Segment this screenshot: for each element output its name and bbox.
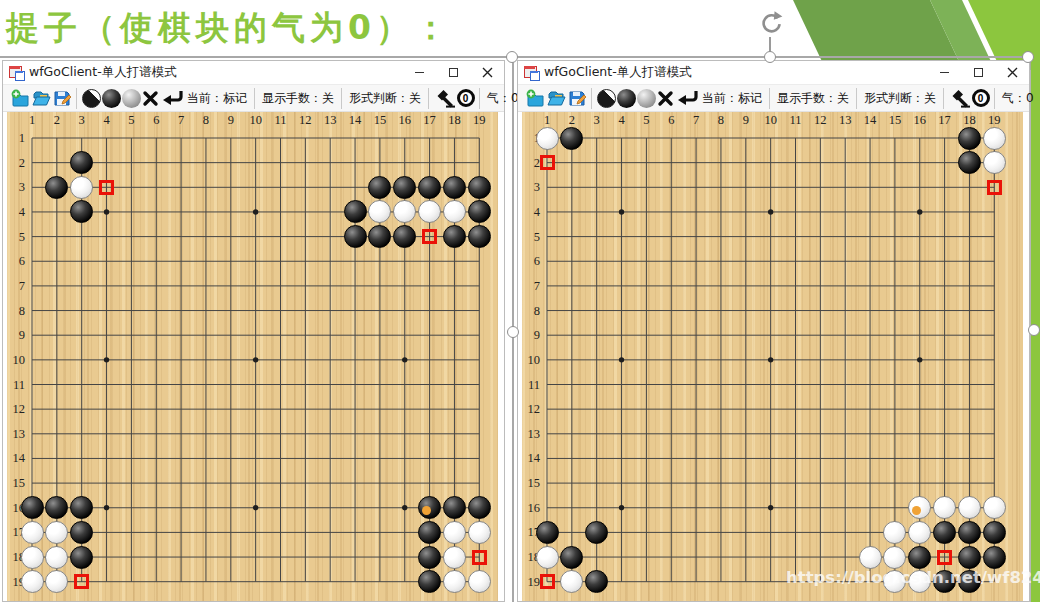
white-stone (983, 496, 1006, 519)
open-file-icon (546, 88, 566, 108)
go-client-window-left: 1234567891011121314151617181912345678910… (2, 60, 505, 602)
col-label: 5 (119, 112, 143, 128)
col-label: 14 (858, 112, 882, 128)
capture-point-marker (74, 574, 89, 589)
row-label: 12 (6, 401, 25, 417)
black-stone (468, 496, 491, 519)
black-stone-icon (617, 89, 636, 108)
window-titlebar[interactable]: wfGoClient-单人打谱模式 (518, 61, 1029, 84)
black-stone (468, 225, 491, 248)
black-stone (958, 151, 981, 174)
row-label: 1 (6, 130, 25, 146)
toolbar-separator (479, 88, 480, 109)
black-stone (468, 176, 491, 199)
delete-x-icon (657, 90, 674, 107)
toolbar-separator (341, 88, 342, 109)
col-label: 19 (982, 112, 1006, 128)
board-grid (546, 137, 995, 583)
row-label: 11 (6, 377, 25, 393)
minimize-button[interactable] (927, 61, 961, 84)
black-stone (393, 176, 416, 199)
undo-button[interactable] (160, 86, 184, 110)
close-button[interactable] (470, 61, 504, 84)
show-moves-label: 显示手数：关 (774, 90, 852, 107)
selection-handle-top-left[interactable] (506, 51, 518, 63)
col-label: 10 (759, 112, 783, 128)
capture-point-marker (937, 550, 952, 565)
white-stone (45, 546, 68, 569)
go-board-left[interactable]: 1234567891011121314151617181912345678910… (3, 61, 504, 601)
current-mode-label: 当前：标记 (699, 90, 765, 107)
toolbar-separator (943, 88, 944, 109)
zero-circle-icon: 0 (972, 89, 990, 107)
toolbar-separator (428, 88, 429, 109)
white-stone (468, 521, 491, 544)
black-stone (70, 546, 93, 569)
col-label: 7 (169, 112, 193, 128)
zero-circle-icon: 0 (457, 89, 475, 107)
row-label: 2 (6, 155, 25, 171)
shape-judge-label: 形式判断：关 (861, 90, 939, 107)
row-label: 14 (521, 450, 540, 466)
selection-handle-mid-right[interactable] (1028, 324, 1040, 336)
close-icon (1007, 67, 1018, 78)
undo-arrow-icon (675, 87, 699, 109)
row-label: 14 (6, 450, 25, 466)
capture-point-marker (99, 180, 114, 195)
new-game-button[interactable] (10, 86, 30, 110)
white-stone (883, 546, 906, 569)
white-stone (443, 546, 466, 569)
capture-point-marker (987, 180, 1002, 195)
white-stone (70, 176, 93, 199)
row-label: 6 (521, 253, 540, 269)
app-window-icon (524, 66, 539, 80)
row-label: 8 (521, 303, 540, 319)
col-label: 13 (318, 112, 342, 128)
close-icon (482, 67, 493, 78)
col-label: 14 (343, 112, 367, 128)
last-move-marker (422, 506, 431, 515)
row-label: 10 (521, 352, 540, 368)
toolbar-separator (769, 88, 770, 109)
row-label: 10 (6, 352, 25, 368)
white-stone (468, 570, 491, 593)
zero-liberty-button[interactable]: 0 (972, 86, 990, 110)
save-button[interactable] (52, 86, 72, 110)
window-title: wfGoClient-单人打谱模式 (29, 64, 402, 81)
col-label: 11 (269, 112, 293, 128)
col-label: 3 (585, 112, 609, 128)
white-stone (21, 546, 44, 569)
liberties-label: 气：0 (999, 90, 1037, 107)
black-stone (21, 496, 44, 519)
black-stone (908, 546, 931, 569)
current-mode-label: 当前：标记 (184, 90, 250, 107)
white-stone (983, 151, 1006, 174)
col-label: 4 (610, 112, 634, 128)
black-stone (560, 546, 583, 569)
maximize-icon (974, 68, 983, 77)
col-label: 18 (957, 112, 981, 128)
shape-judge-label: 形式判断：关 (346, 90, 424, 107)
row-label: 3 (521, 179, 540, 195)
last-move-marker (912, 506, 921, 515)
go-board-right[interactable]: 1234567891011121314151617181912345678910… (518, 61, 1029, 601)
col-label: 2 (45, 112, 69, 128)
black-stone (536, 521, 559, 544)
watermark: https://blog.csdn.net/wf824284257 (786, 568, 1040, 587)
selection-handle-mid-left[interactable] (507, 326, 519, 338)
two-tone-stone-button[interactable] (82, 86, 101, 110)
black-stone (958, 521, 981, 544)
go-client-window-right: 1234567891011121314151617181912345678910… (517, 60, 1030, 602)
judge-button[interactable] (949, 86, 971, 110)
selection-handle-top-center[interactable] (764, 51, 776, 63)
black-stone (418, 176, 441, 199)
liberties-label: 气：0 (484, 90, 522, 107)
black-stone (958, 546, 981, 569)
two-tone-stone-icon (597, 89, 616, 108)
row-label: 16 (521, 500, 540, 516)
toolbar-separator (76, 88, 77, 109)
col-label: 6 (659, 112, 683, 128)
white-stone-icon (122, 89, 141, 108)
toolbar: 当前：标记 显示手数：关 形式判断：关 0 气：0 (518, 84, 1029, 112)
col-label: 11 (784, 112, 808, 128)
black-stone (344, 225, 367, 248)
capture-point-marker (540, 155, 555, 170)
black-stone (70, 521, 93, 544)
white-stone (443, 570, 466, 593)
selection-handle-top-right[interactable] (1022, 51, 1034, 63)
black-stone (443, 176, 466, 199)
gavel-icon (949, 87, 971, 109)
toolbar: 当前：标记 显示手数：关 形式判断：关 0 气：0 (3, 84, 504, 112)
row-label: 9 (6, 327, 25, 343)
row-label: 11 (521, 377, 540, 393)
col-label: 15 (368, 112, 392, 128)
save-icon (567, 88, 587, 108)
col-label: 19 (467, 112, 491, 128)
delete-stone-button[interactable] (657, 86, 674, 110)
col-label: 1 (535, 112, 559, 128)
maximize-button[interactable] (961, 61, 995, 84)
white-stone (536, 127, 559, 150)
white-stone-button[interactable] (637, 86, 656, 110)
black-stone (344, 200, 367, 223)
page-title: 提子（使棋块的气为0）： (6, 6, 452, 51)
row-label: 7 (521, 278, 540, 294)
black-stone (585, 521, 608, 544)
open-file-button[interactable] (31, 86, 51, 110)
toolbar-separator (994, 88, 995, 109)
col-label: 7 (684, 112, 708, 128)
row-label: 4 (521, 204, 540, 220)
new-game-button[interactable] (525, 86, 545, 110)
col-label: 1 (20, 112, 44, 128)
row-label: 3 (6, 179, 25, 195)
col-label: 9 (734, 112, 758, 128)
row-label: 15 (521, 475, 540, 491)
judge-button[interactable] (434, 86, 456, 110)
window-titlebar[interactable]: wfGoClient-单人打谱模式 (3, 61, 504, 84)
capture-point-marker (472, 550, 487, 565)
new-game-icon (10, 88, 30, 108)
capture-point-marker (422, 229, 437, 244)
col-label: 4 (95, 112, 119, 128)
zero-liberty-button[interactable]: 0 (457, 86, 475, 110)
row-label: 4 (6, 204, 25, 220)
col-label: 16 (908, 112, 932, 128)
toolbar-separator (254, 88, 255, 109)
white-stone (443, 521, 466, 544)
white-stone (536, 546, 559, 569)
black-stone-icon (102, 89, 121, 108)
row-label: 8 (6, 303, 25, 319)
open-file-button[interactable] (546, 86, 566, 110)
toolbar-separator (856, 88, 857, 109)
row-label: 12 (521, 401, 540, 417)
toolbar-separator (591, 88, 592, 109)
col-label: 12 (808, 112, 832, 128)
white-stone (21, 521, 44, 544)
gavel-icon (434, 87, 456, 109)
black-stone (45, 176, 68, 199)
row-label: 9 (521, 327, 540, 343)
maximize-button[interactable] (436, 61, 470, 84)
row-label: 15 (6, 475, 25, 491)
col-label: 13 (833, 112, 857, 128)
col-label: 9 (219, 112, 243, 128)
rotate-handle-icon[interactable] (756, 8, 784, 36)
black-stone-button[interactable] (102, 86, 121, 110)
black-stone-button[interactable] (617, 86, 636, 110)
white-stone (21, 570, 44, 593)
col-label: 10 (244, 112, 268, 128)
col-label: 17 (933, 112, 957, 128)
col-label: 17 (418, 112, 442, 128)
white-stone-button[interactable] (122, 86, 141, 110)
row-label: 6 (6, 253, 25, 269)
col-label: 8 (194, 112, 218, 128)
new-game-icon (525, 88, 545, 108)
app-window-icon (9, 66, 24, 80)
open-file-icon (31, 88, 51, 108)
row-label: 19 (521, 574, 540, 590)
row-label: 13 (521, 426, 540, 442)
black-stone (418, 521, 441, 544)
white-stone (859, 546, 882, 569)
col-label: 3 (70, 112, 94, 128)
black-stone (443, 225, 466, 248)
row-label: 2 (521, 155, 540, 171)
two-tone-stone-icon (82, 89, 101, 108)
black-stone (418, 546, 441, 569)
black-stone (983, 546, 1006, 569)
minimize-icon (415, 72, 424, 73)
col-label: 2 (560, 112, 584, 128)
col-label: 6 (144, 112, 168, 128)
row-label: 5 (6, 229, 25, 245)
zero-badge: 0 (463, 93, 469, 104)
black-stone (560, 127, 583, 150)
two-tone-stone-button[interactable] (597, 86, 616, 110)
row-label: 5 (521, 229, 540, 245)
delete-x-icon (142, 90, 159, 107)
col-label: 16 (393, 112, 417, 128)
row-label: 7 (6, 278, 25, 294)
col-label: 15 (883, 112, 907, 128)
col-label: 18 (442, 112, 466, 128)
white-stone (983, 127, 1006, 150)
rotate-handle-stem (769, 37, 770, 52)
undo-arrow-icon (160, 87, 184, 109)
white-stone-icon (637, 89, 656, 108)
save-icon (52, 88, 72, 108)
row-label: 13 (6, 426, 25, 442)
col-label: 8 (709, 112, 733, 128)
zero-badge: 0 (978, 93, 984, 104)
undo-button[interactable] (675, 86, 699, 110)
delete-stone-button[interactable] (142, 86, 159, 110)
maximize-icon (449, 68, 458, 77)
show-moves-label: 显示手数：关 (259, 90, 337, 107)
black-stone (958, 127, 981, 150)
minimize-icon (940, 72, 949, 73)
capture-point-marker (540, 574, 555, 589)
black-stone (933, 521, 956, 544)
black-stone (983, 521, 1006, 544)
window-title: wfGoClient-单人打谱模式 (544, 64, 927, 81)
save-button[interactable] (567, 86, 587, 110)
col-label: 5 (634, 112, 658, 128)
close-button[interactable] (995, 61, 1029, 84)
col-label: 12 (293, 112, 317, 128)
minimize-button[interactable] (402, 61, 436, 84)
white-stone (908, 521, 931, 544)
